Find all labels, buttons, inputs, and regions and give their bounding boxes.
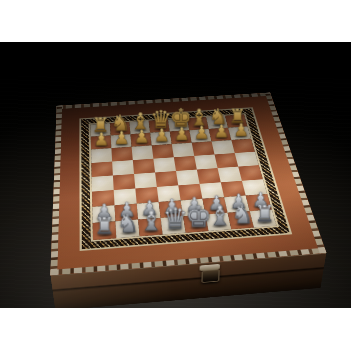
silver-knight[interactable]: ♞ [116,211,139,236]
gold-pawn[interactable]: ♟ [171,126,191,143]
square-d4[interactable] [155,171,178,187]
square-h5[interactable] [234,152,258,167]
square-a1[interactable]: ♜ [92,221,116,240]
gold-pawn[interactable]: ♟ [111,130,131,147]
gold-pawn[interactable]: ♟ [91,131,111,148]
gold-pawn[interactable]: ♟ [191,124,211,141]
square-c1[interactable]: ♝ [138,218,163,236]
silver-rook[interactable]: ♜ [253,203,276,226]
pearl-inlay-edge-left [50,106,62,276]
square-c4[interactable] [134,172,157,188]
gold-pawn[interactable]: ♟ [151,127,171,144]
square-e7[interactable]: ♟ [169,130,191,144]
square-a4[interactable] [91,175,113,191]
square-b7[interactable]: ♟ [110,134,131,148]
square-d5[interactable] [153,157,176,172]
square-h4[interactable] [238,165,263,181]
square-h6[interactable] [231,139,254,153]
white-matte-bottom [0,308,351,351]
chess-box: ♜♞♝♛♚♝♞♜♟♟♟♟♟♟♟♟♟♟♟♟♟♟♟♟♜♞♝♛♚♝♞♜ [50,93,326,276]
silver-queen[interactable]: ♛ [162,204,185,233]
silver-knight[interactable]: ♞ [230,202,253,227]
square-a7[interactable]: ♟ [90,135,111,149]
square-c7[interactable]: ♟ [130,133,151,147]
square-g4[interactable] [217,167,241,183]
square-b1[interactable]: ♞ [115,220,139,239]
board-lid-top: ♜♞♝♛♚♝♞♜♟♟♟♟♟♟♟♟♟♟♟♟♟♟♟♟♜♞♝♛♚♝♞♜ [50,93,326,276]
square-e5[interactable] [173,156,196,171]
white-matte-top [0,0,351,42]
square-g5[interactable] [214,153,238,168]
silver-king[interactable]: ♚ [185,201,208,231]
gold-pawn[interactable]: ♟ [131,128,151,145]
silver-rook[interactable]: ♜ [93,215,116,238]
square-d7[interactable]: ♟ [150,132,172,146]
gold-pawn[interactable]: ♟ [211,123,231,140]
square-f4[interactable] [196,168,220,184]
square-c5[interactable] [132,159,154,174]
square-b5[interactable] [112,160,134,175]
scene-3d: ♜♞♝♛♚♝♞♜♟♟♟♟♟♟♟♟♟♟♟♟♟♟♟♟♜♞♝♛♚♝♞♜ [0,42,351,308]
silver-bishop[interactable]: ♝ [139,208,162,234]
chess-board-grid: ♜♞♝♛♚♝♞♜♟♟♟♟♟♟♟♟♟♟♟♟♟♟♟♟♜♞♝♛♚♝♞♜ [88,113,278,241]
square-d1[interactable]: ♛ [160,216,185,234]
gold-pawn[interactable]: ♟ [231,122,251,139]
square-f7[interactable]: ♟ [189,129,211,143]
square-g7[interactable]: ♟ [208,128,231,142]
square-e4[interactable] [176,170,200,186]
latch-clasp-icon [198,264,221,284]
product-photo-canvas: ♜♞♝♛♚♝♞♜♟♟♟♟♟♟♟♟♟♟♟♟♟♟♟♟♜♞♝♛♚♝♞♜ [0,0,351,351]
latch-body [201,269,219,283]
square-a5[interactable] [91,162,113,177]
photo-background: ♜♞♝♛♚♝♞♜♟♟♟♟♟♟♟♟♟♟♟♟♟♟♟♟♜♞♝♛♚♝♞♜ [0,42,351,308]
